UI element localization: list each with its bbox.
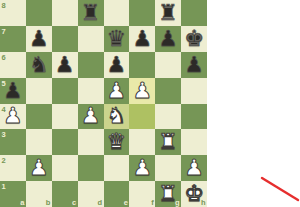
- square-g3[interactable]: ♜: [155, 129, 181, 155]
- file-label-b: b: [46, 198, 51, 207]
- rank-label-8: 8: [2, 1, 6, 10]
- square-g5[interactable]: [155, 78, 181, 104]
- square-c3[interactable]: [52, 129, 78, 155]
- black-pawn[interactable]: ♟: [155, 26, 181, 52]
- black-pawn[interactable]: ♟: [52, 52, 78, 78]
- square-e3[interactable]: ♛: [104, 129, 130, 155]
- square-c2[interactable]: [52, 155, 78, 181]
- black-pawn[interactable]: ♟: [26, 26, 52, 52]
- square-c6[interactable]: ♟: [52, 52, 78, 78]
- file-label-f: f: [151, 198, 154, 207]
- square-g7[interactable]: ♟: [155, 26, 181, 52]
- square-c7[interactable]: [52, 26, 78, 52]
- square-e6[interactable]: ♟: [104, 52, 130, 78]
- square-a2[interactable]: 2: [0, 155, 26, 181]
- square-d8[interactable]: ♜: [78, 0, 104, 26]
- square-f8[interactable]: [129, 0, 155, 26]
- square-e1[interactable]: e: [104, 181, 130, 207]
- square-f6[interactable]: [129, 52, 155, 78]
- square-h8[interactable]: [181, 0, 207, 26]
- square-f7[interactable]: ♟: [129, 26, 155, 52]
- square-h4[interactable]: [181, 104, 207, 130]
- file-label-a: a: [20, 198, 24, 207]
- square-b3[interactable]: [26, 129, 52, 155]
- square-b5[interactable]: [26, 78, 52, 104]
- square-h2[interactable]: ♟: [181, 155, 207, 181]
- file-label-d: d: [97, 198, 102, 207]
- square-f3[interactable]: [129, 129, 155, 155]
- rank-label-6: 6: [2, 53, 6, 62]
- square-a1[interactable]: 1a: [0, 181, 26, 207]
- square-d3[interactable]: [78, 129, 104, 155]
- white-pawn[interactable]: ♟: [78, 104, 104, 130]
- square-b2[interactable]: ♟: [26, 155, 52, 181]
- file-label-h: h: [201, 198, 206, 207]
- square-h6[interactable]: ♟: [181, 52, 207, 78]
- black-king[interactable]: ♚: [181, 26, 207, 52]
- square-d2[interactable]: [78, 155, 104, 181]
- square-d5[interactable]: [78, 78, 104, 104]
- black-knight[interactable]: ♞: [26, 52, 52, 78]
- rank-label-1: 1: [2, 182, 6, 191]
- square-d4[interactable]: ♟: [78, 104, 104, 130]
- square-c5[interactable]: [52, 78, 78, 104]
- black-queen[interactable]: ♛: [104, 26, 130, 52]
- square-e7[interactable]: ♛: [104, 26, 130, 52]
- square-h1[interactable]: h♚: [181, 181, 207, 207]
- rank-label-2: 2: [2, 156, 6, 165]
- square-a8[interactable]: 8: [0, 0, 26, 26]
- file-label-g: g: [175, 198, 180, 207]
- square-g8[interactable]: ♜: [155, 0, 181, 26]
- square-h3[interactable]: [181, 129, 207, 155]
- square-a5[interactable]: 5♟: [0, 78, 26, 104]
- black-rook[interactable]: ♜: [155, 0, 181, 26]
- rank-label-4: 4: [2, 105, 6, 114]
- red-annotation-line: [262, 178, 298, 200]
- black-rook[interactable]: ♜: [78, 0, 104, 26]
- square-g4[interactable]: [155, 104, 181, 130]
- white-pawn[interactable]: ♟: [26, 155, 52, 181]
- white-pawn[interactable]: ♟: [181, 155, 207, 181]
- square-a6[interactable]: 6: [0, 52, 26, 78]
- file-label-e: e: [124, 198, 128, 207]
- square-f1[interactable]: f: [129, 181, 155, 207]
- square-h5[interactable]: [181, 78, 207, 104]
- square-a7[interactable]: 7: [0, 26, 26, 52]
- square-c1[interactable]: c: [52, 181, 78, 207]
- black-pawn[interactable]: ♟: [129, 26, 155, 52]
- square-f5[interactable]: ♟: [129, 78, 155, 104]
- square-b7[interactable]: ♟: [26, 26, 52, 52]
- square-b8[interactable]: [26, 0, 52, 26]
- chess-board[interactable]: 8♜♜7♟♛♟♟♚6♞♟♟♟5♟♟♟4♟♟♞3♛♜2♟♟♟1abcdefg♜h♚: [0, 0, 207, 207]
- square-e5[interactable]: ♟: [104, 78, 130, 104]
- square-d7[interactable]: [78, 26, 104, 52]
- square-h7[interactable]: ♚: [181, 26, 207, 52]
- white-pawn[interactable]: ♟: [129, 78, 155, 104]
- square-b4[interactable]: [26, 104, 52, 130]
- white-knight[interactable]: ♞: [104, 104, 130, 130]
- white-queen[interactable]: ♛: [104, 129, 130, 155]
- square-c8[interactable]: [52, 0, 78, 26]
- rank-label-3: 3: [2, 130, 6, 139]
- square-c4[interactable]: [52, 104, 78, 130]
- square-b6[interactable]: ♞: [26, 52, 52, 78]
- white-pawn[interactable]: ♟: [129, 155, 155, 181]
- square-a3[interactable]: 3: [0, 129, 26, 155]
- black-pawn[interactable]: ♟: [181, 52, 207, 78]
- white-rook[interactable]: ♜: [155, 129, 181, 155]
- square-f2[interactable]: ♟: [129, 155, 155, 181]
- square-f4[interactable]: [129, 104, 155, 130]
- screenshot-stage: 8♜♜7♟♛♟♟♚6♞♟♟♟5♟♟♟4♟♟♞3♛♜2♟♟♟1abcdefg♜h♚: [0, 0, 300, 207]
- square-g2[interactable]: [155, 155, 181, 181]
- square-g1[interactable]: g♜: [155, 181, 181, 207]
- file-label-c: c: [72, 198, 76, 207]
- square-b1[interactable]: b: [26, 181, 52, 207]
- rank-label-5: 5: [2, 79, 6, 88]
- square-e4[interactable]: ♞: [104, 104, 130, 130]
- square-a4[interactable]: 4♟: [0, 104, 26, 130]
- rank-label-7: 7: [2, 27, 6, 36]
- square-e2[interactable]: [104, 155, 130, 181]
- square-g6[interactable]: [155, 52, 181, 78]
- square-d1[interactable]: d: [78, 181, 104, 207]
- square-e8[interactable]: [104, 0, 130, 26]
- white-pawn[interactable]: ♟: [104, 78, 130, 104]
- square-d6[interactable]: [78, 52, 104, 78]
- black-pawn[interactable]: ♟: [104, 52, 130, 78]
